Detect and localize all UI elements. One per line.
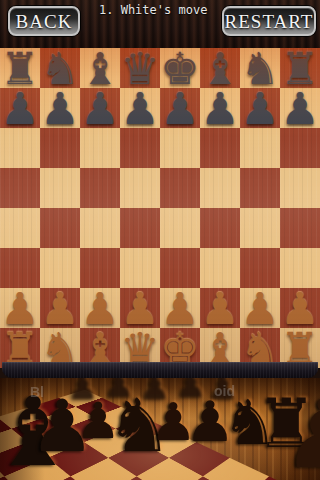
photo-piece-14: ♟ [282, 386, 320, 480]
square-d7[interactable]: ♟ [120, 88, 160, 128]
square-f5[interactable] [200, 168, 240, 208]
square-g8[interactable]: ♞ [240, 48, 280, 88]
square-h4[interactable] [280, 208, 320, 248]
square-h6[interactable] [280, 128, 320, 168]
square-d5[interactable] [120, 168, 160, 208]
square-b8[interactable]: ♞ [40, 48, 80, 88]
square-e7[interactable]: ♟ [160, 88, 200, 128]
square-a2[interactable]: ♟ [0, 288, 40, 328]
piece-black-pawn[interactable]: ♟ [40, 91, 80, 131]
square-g7[interactable]: ♟ [240, 88, 280, 128]
top-bar: BACK 1. White's move RESTART [0, 0, 320, 48]
square-c7[interactable]: ♟ [80, 88, 120, 128]
square-h7[interactable]: ♟ [280, 88, 320, 128]
square-b2[interactable]: ♟ [40, 288, 80, 328]
square-g2[interactable]: ♟ [240, 288, 280, 328]
square-c2[interactable]: ♟ [80, 288, 120, 328]
square-c6[interactable] [80, 128, 120, 168]
photo-piece-12: ♞ [222, 392, 278, 454]
square-d3[interactable] [120, 248, 160, 288]
piece-black-pawn[interactable]: ♟ [240, 91, 280, 131]
piece-black-pawn[interactable]: ♟ [120, 91, 160, 131]
square-g4[interactable] [240, 208, 280, 248]
square-a3[interactable] [0, 248, 40, 288]
square-b5[interactable] [40, 168, 80, 208]
chess-set-photo: Bl oid ♟♟♟♟♟♝♟♟♞♟♟♞♜♟ [0, 378, 320, 480]
chess-board: ♜♞♝♛♚♝♞♜♟♟♟♟♟♟♟♟♟♟♟♟♟♟♟♟♜♞♝♛♚♝♞♜ [0, 48, 320, 368]
piece-black-pawn[interactable]: ♟ [80, 91, 120, 131]
restart-button[interactable]: RESTART [222, 6, 316, 36]
square-d2[interactable]: ♟ [120, 288, 160, 328]
square-b6[interactable] [40, 128, 80, 168]
square-e8[interactable]: ♚ [160, 48, 200, 88]
square-d8[interactable]: ♛ [120, 48, 160, 88]
piece-black-pawn[interactable]: ♟ [280, 91, 320, 131]
square-e3[interactable] [160, 248, 200, 288]
square-e5[interactable] [160, 168, 200, 208]
piece-black-pawn[interactable]: ♟ [160, 91, 200, 131]
square-h2[interactable]: ♟ [280, 288, 320, 328]
square-f3[interactable] [200, 248, 240, 288]
square-f8[interactable]: ♝ [200, 48, 240, 88]
square-g3[interactable] [240, 248, 280, 288]
square-g6[interactable] [240, 128, 280, 168]
photo-piece-4: ♟ [176, 378, 206, 402]
photo-checkerboard [0, 390, 320, 480]
square-e4[interactable] [160, 208, 200, 248]
photo-watermark-right: oid [214, 383, 235, 399]
square-f6[interactable] [200, 128, 240, 168]
square-b7[interactable]: ♟ [40, 88, 80, 128]
photo-piece-5: ♟ [208, 378, 238, 404]
square-c5[interactable] [80, 168, 120, 208]
square-g5[interactable] [240, 168, 280, 208]
back-button[interactable]: BACK [8, 6, 80, 36]
square-d4[interactable] [120, 208, 160, 248]
photo-piece-3: ♟ [140, 378, 170, 404]
square-c4[interactable] [80, 208, 120, 248]
square-a8[interactable]: ♜ [0, 48, 40, 88]
square-h8[interactable]: ♜ [280, 48, 320, 88]
chess-app-screen: BACK 1. White's move RESTART ♜♞♝♛♚♝♞♜♟♟♟… [0, 0, 320, 480]
photo-piece-2: ♟ [104, 378, 134, 402]
move-status-text: 1. White's move [99, 3, 229, 17]
square-f7[interactable]: ♟ [200, 88, 240, 128]
square-f4[interactable] [200, 208, 240, 248]
square-a6[interactable] [0, 128, 40, 168]
board-front-edge [2, 362, 318, 378]
square-b4[interactable] [40, 208, 80, 248]
square-a5[interactable] [0, 168, 40, 208]
piece-black-pawn[interactable]: ♟ [200, 91, 240, 131]
square-c8[interactable]: ♝ [80, 48, 120, 88]
photo-piece-13: ♜ [256, 390, 317, 458]
square-a4[interactable] [0, 208, 40, 248]
square-e2[interactable]: ♟ [160, 288, 200, 328]
square-f2[interactable]: ♟ [200, 288, 240, 328]
square-d6[interactable] [120, 128, 160, 168]
square-c3[interactable] [80, 248, 120, 288]
piece-black-pawn[interactable]: ♟ [0, 91, 40, 131]
square-a7[interactable]: ♟ [0, 88, 40, 128]
square-h3[interactable] [280, 248, 320, 288]
square-h5[interactable] [280, 168, 320, 208]
square-b3[interactable] [40, 248, 80, 288]
photo-watermark-left: Bl [30, 384, 44, 400]
square-e6[interactable] [160, 128, 200, 168]
